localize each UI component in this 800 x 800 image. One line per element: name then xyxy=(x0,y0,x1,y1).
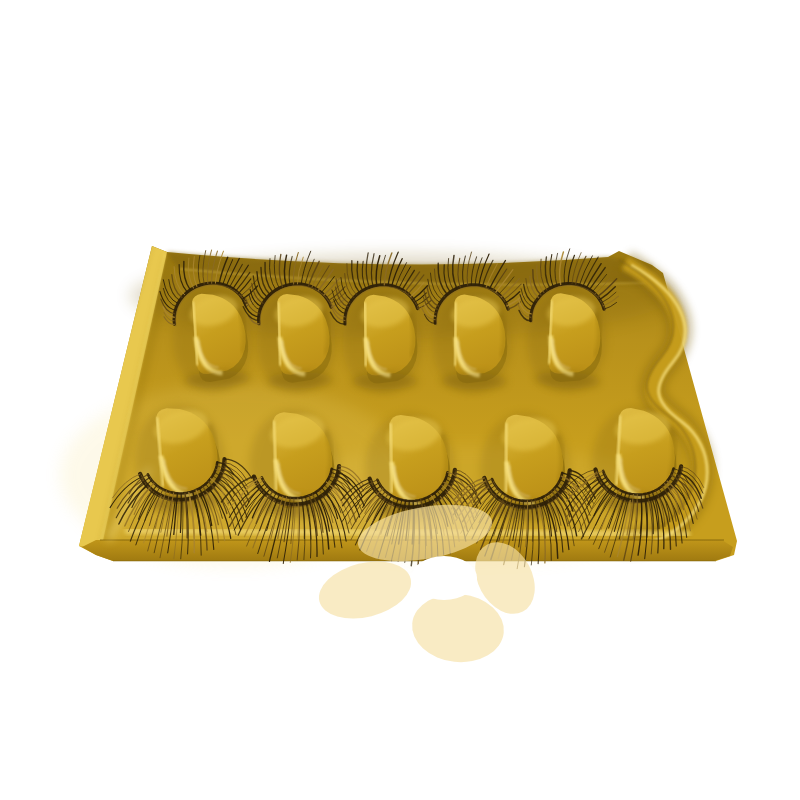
product-photo xyxy=(0,0,800,800)
flower-petal xyxy=(313,552,417,627)
flower-center xyxy=(411,556,477,600)
